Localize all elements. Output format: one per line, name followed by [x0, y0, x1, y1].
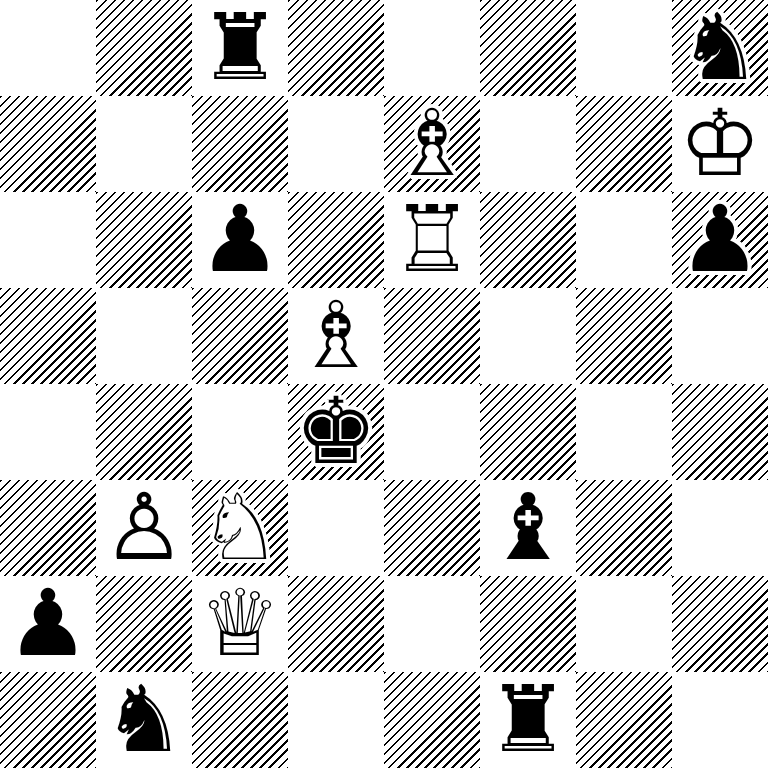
square-f3[interactable]: ♝♝ — [480, 480, 576, 576]
square-a7[interactable] — [0, 96, 96, 192]
square-g6[interactable] — [576, 192, 672, 288]
black-knight-silhouette: ♞ — [672, 0, 768, 96]
black-knight-piece: ♞ — [672, 0, 768, 96]
square-b3[interactable]: ♟♙ — [96, 480, 192, 576]
square-h8[interactable]: ♞♞ — [672, 0, 768, 96]
white-knight-piece: ♘ — [192, 480, 288, 576]
square-f8[interactable] — [480, 0, 576, 96]
white-rook-silhouette: ♜ — [384, 192, 480, 288]
square-b6[interactable] — [96, 192, 192, 288]
square-e3[interactable] — [384, 480, 480, 576]
black-pawn-silhouette: ♟ — [672, 192, 768, 288]
black-king-piece: ♚ — [288, 384, 384, 480]
black-pawn-silhouette: ♟ — [0, 576, 96, 672]
square-f5[interactable] — [480, 288, 576, 384]
square-e4[interactable] — [384, 384, 480, 480]
square-h6[interactable]: ♟♟ — [672, 192, 768, 288]
square-b1[interactable]: ♞♞ — [96, 672, 192, 768]
black-knight-silhouette: ♞ — [96, 672, 192, 768]
square-b8[interactable] — [96, 0, 192, 96]
black-pawn-silhouette: ♟ — [192, 192, 288, 288]
white-bishop-silhouette: ♝ — [288, 288, 384, 384]
square-a1[interactable] — [0, 672, 96, 768]
square-c1[interactable] — [192, 672, 288, 768]
square-b4[interactable] — [96, 384, 192, 480]
white-knight-silhouette: ♞ — [192, 480, 288, 576]
black-rook-piece: ♜ — [480, 672, 576, 768]
square-f2[interactable] — [480, 576, 576, 672]
square-c4[interactable] — [192, 384, 288, 480]
square-d5[interactable]: ♝♗ — [288, 288, 384, 384]
square-h7[interactable]: ♚♔ — [672, 96, 768, 192]
square-h5[interactable] — [672, 288, 768, 384]
square-a3[interactable] — [0, 480, 96, 576]
square-b2[interactable] — [96, 576, 192, 672]
white-bishop-piece: ♗ — [288, 288, 384, 384]
square-h3[interactable] — [672, 480, 768, 576]
square-d8[interactable] — [288, 0, 384, 96]
square-g2[interactable] — [576, 576, 672, 672]
white-pawn-piece: ♙ — [96, 480, 192, 576]
white-queen-piece: ♕ — [192, 576, 288, 672]
square-e7[interactable]: ♝♗ — [384, 96, 480, 192]
black-pawn-piece: ♟ — [0, 576, 96, 672]
square-d6[interactable] — [288, 192, 384, 288]
square-g1[interactable] — [576, 672, 672, 768]
square-c2[interactable]: ♛♕ — [192, 576, 288, 672]
square-b5[interactable] — [96, 288, 192, 384]
square-a8[interactable] — [0, 0, 96, 96]
square-a5[interactable] — [0, 288, 96, 384]
square-a2[interactable]: ♟♟ — [0, 576, 96, 672]
square-d4[interactable]: ♚♚ — [288, 384, 384, 480]
square-f7[interactable] — [480, 96, 576, 192]
square-f6[interactable] — [480, 192, 576, 288]
square-h2[interactable] — [672, 576, 768, 672]
square-e1[interactable] — [384, 672, 480, 768]
square-g7[interactable] — [576, 96, 672, 192]
white-queen-silhouette: ♛ — [192, 576, 288, 672]
square-c8[interactable]: ♜♜ — [192, 0, 288, 96]
square-g5[interactable] — [576, 288, 672, 384]
square-c3[interactable]: ♞♘ — [192, 480, 288, 576]
square-d2[interactable] — [288, 576, 384, 672]
square-c5[interactable] — [192, 288, 288, 384]
black-rook-silhouette: ♜ — [192, 0, 288, 96]
square-d1[interactable] — [288, 672, 384, 768]
square-g8[interactable] — [576, 0, 672, 96]
square-b7[interactable] — [96, 96, 192, 192]
square-e2[interactable] — [384, 576, 480, 672]
chess-board: ♜♜♞♞♝♗♚♔♟♟♜♖♟♟♝♗♚♚♟♙♞♘♝♝♟♟♛♕♞♞♜♜ — [0, 0, 768, 768]
white-rook-piece: ♖ — [384, 192, 480, 288]
square-e6[interactable]: ♜♖ — [384, 192, 480, 288]
square-f1[interactable]: ♜♜ — [480, 672, 576, 768]
black-pawn-piece: ♟ — [672, 192, 768, 288]
square-d3[interactable] — [288, 480, 384, 576]
square-a4[interactable] — [0, 384, 96, 480]
square-c6[interactable]: ♟♟ — [192, 192, 288, 288]
square-h4[interactable] — [672, 384, 768, 480]
black-bishop-piece: ♝ — [480, 480, 576, 576]
black-king-silhouette: ♚ — [288, 384, 384, 480]
black-bishop-silhouette: ♝ — [480, 480, 576, 576]
black-knight-piece: ♞ — [96, 672, 192, 768]
square-h1[interactable] — [672, 672, 768, 768]
square-g3[interactable] — [576, 480, 672, 576]
white-pawn-silhouette: ♟ — [96, 480, 192, 576]
square-c7[interactable] — [192, 96, 288, 192]
white-king-piece: ♔ — [672, 96, 768, 192]
square-e8[interactable] — [384, 0, 480, 96]
white-bishop-silhouette: ♝ — [384, 96, 480, 192]
black-rook-silhouette: ♜ — [480, 672, 576, 768]
white-bishop-piece: ♗ — [384, 96, 480, 192]
square-e5[interactable] — [384, 288, 480, 384]
square-f4[interactable] — [480, 384, 576, 480]
square-a6[interactable] — [0, 192, 96, 288]
white-king-silhouette: ♚ — [672, 96, 768, 192]
black-pawn-piece: ♟ — [192, 192, 288, 288]
square-g4[interactable] — [576, 384, 672, 480]
black-rook-piece: ♜ — [192, 0, 288, 96]
square-d7[interactable] — [288, 96, 384, 192]
